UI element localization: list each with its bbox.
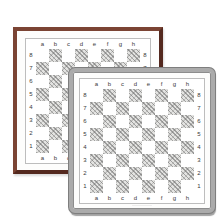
back-square-b4 [49, 101, 62, 114]
back-corner-bottom-left [26, 153, 36, 163]
front-file-label-d-bottom: d [129, 193, 142, 203]
front-rank-label-7-left: 7 [80, 102, 90, 115]
front-square-d5 [129, 128, 142, 141]
front-square-e4 [142, 141, 155, 154]
back-rank-label-7-left: 7 [26, 62, 36, 75]
back-rank-label-6-left: 6 [26, 75, 36, 88]
back-square-b7 [49, 62, 62, 75]
back-file-label-b-top: b [49, 39, 62, 49]
front-rank-label-2-left: 2 [80, 167, 90, 180]
front-file-label-c-bottom: c [116, 193, 129, 203]
front-square-h1 [181, 180, 194, 193]
front-square-a3 [90, 154, 103, 167]
front-rank-label-6-left: 6 [80, 115, 90, 128]
watermark-text: ···················· [132, 205, 152, 208]
front-file-label-e-top: e [142, 79, 155, 89]
front-rank-label-5-right: 5 [194, 128, 204, 141]
back-square-a8 [36, 49, 49, 62]
front-square-g3 [168, 154, 181, 167]
front-square-h2 [181, 167, 194, 180]
back-square-b6 [49, 75, 62, 88]
front-square-a7 [90, 102, 103, 115]
front-rank-label-4-right: 4 [194, 141, 204, 154]
front-rank-label-2-right: 2 [194, 167, 204, 180]
front-rank-label-1-right: 1 [194, 180, 204, 193]
back-rank-label-2-left: 2 [26, 127, 36, 140]
front-square-c4 [116, 141, 129, 154]
front-square-g1 [168, 180, 181, 193]
front-square-e3 [142, 154, 155, 167]
front-square-d4 [129, 141, 142, 154]
back-file-label-g-top: g [114, 39, 127, 49]
front-square-e2 [142, 167, 155, 180]
front-square-c1 [116, 180, 129, 193]
front-square-h5 [181, 128, 194, 141]
back-square-a7 [36, 62, 49, 75]
front-rank-label-6-right: 6 [194, 115, 204, 128]
chessboard-gray-frame: abcdefgh8877665544332211abcdefgh ·······… [69, 68, 215, 213]
back-square-a4 [36, 101, 49, 114]
front-square-d3 [129, 154, 142, 167]
front-square-d6 [129, 115, 142, 128]
back-square-a2 [36, 127, 49, 140]
front-square-e5 [142, 128, 155, 141]
front-square-f2 [155, 167, 168, 180]
back-corner-top-right [140, 39, 150, 49]
front-square-b2 [103, 167, 116, 180]
back-square-a6 [36, 75, 49, 88]
back-file-label-f-top: f [101, 39, 114, 49]
front-square-a5 [90, 128, 103, 141]
front-square-c2 [116, 167, 129, 180]
front-file-label-d-top: d [129, 79, 142, 89]
back-file-label-a-top: a [36, 39, 49, 49]
front-square-b8 [103, 89, 116, 102]
front-square-h3 [181, 154, 194, 167]
board-grid-front: abcdefgh8877665544332211abcdefgh [79, 78, 205, 204]
front-file-label-h-bottom: h [181, 193, 194, 203]
front-corner-bottom-left [80, 193, 90, 203]
front-square-e8 [142, 89, 155, 102]
front-square-b1 [103, 180, 116, 193]
back-corner-top-left [26, 39, 36, 49]
front-square-c5 [116, 128, 129, 141]
front-rank-label-7-right: 7 [194, 102, 204, 115]
front-corner-bottom-right [194, 193, 204, 203]
front-file-label-e-bottom: e [142, 193, 155, 203]
front-square-b4 [103, 141, 116, 154]
back-rank-label-3-left: 3 [26, 114, 36, 127]
front-square-b5 [103, 128, 116, 141]
front-square-a2 [90, 167, 103, 180]
back-file-label-b-bottom: b [49, 153, 62, 163]
front-file-label-h-top: h [181, 79, 194, 89]
front-rank-label-3-left: 3 [80, 154, 90, 167]
front-file-label-b-top: b [103, 79, 116, 89]
front-file-label-g-top: g [168, 79, 181, 89]
chessboards-product-photo: abcdefgh8877665544332211abcdefgh abcdefg… [0, 0, 222, 221]
front-square-c8 [116, 89, 129, 102]
front-square-d2 [129, 167, 142, 180]
front-square-c6 [116, 115, 129, 128]
back-rank-label-4-left: 4 [26, 101, 36, 114]
back-rank-label-8-left: 8 [26, 49, 36, 62]
front-square-g8 [168, 89, 181, 102]
back-rank-label-1-left: 1 [26, 140, 36, 153]
back-square-a3 [36, 114, 49, 127]
front-file-label-f-bottom: f [155, 193, 168, 203]
back-square-f8 [101, 49, 114, 62]
front-rank-label-1-left: 1 [80, 180, 90, 193]
front-corner-top-left [80, 79, 90, 89]
front-square-e6 [142, 115, 155, 128]
front-square-f7 [155, 102, 168, 115]
back-square-b3 [49, 114, 62, 127]
front-square-f3 [155, 154, 168, 167]
front-square-c3 [116, 154, 129, 167]
back-square-g8 [114, 49, 127, 62]
front-square-b7 [103, 102, 116, 115]
front-square-a1 [90, 180, 103, 193]
back-square-e8 [88, 49, 101, 62]
front-square-h6 [181, 115, 194, 128]
front-square-f8 [155, 89, 168, 102]
back-square-b5 [49, 88, 62, 101]
front-square-f6 [155, 115, 168, 128]
back-file-label-e-top: e [88, 39, 101, 49]
front-square-a8 [90, 89, 103, 102]
back-rank-label-8-right: 8 [140, 49, 150, 62]
front-square-a4 [90, 141, 103, 154]
front-file-label-a-bottom: a [90, 193, 103, 203]
front-square-c7 [116, 102, 129, 115]
front-rank-label-8-left: 8 [80, 89, 90, 102]
back-square-a5 [36, 88, 49, 101]
back-square-d8 [75, 49, 88, 62]
back-file-label-d-top: d [75, 39, 88, 49]
front-square-e1 [142, 180, 155, 193]
front-square-g7 [168, 102, 181, 115]
front-file-label-b-bottom: b [103, 193, 116, 203]
front-square-g5 [168, 128, 181, 141]
back-square-b8 [49, 49, 62, 62]
back-rank-label-5-left: 5 [26, 88, 36, 101]
front-square-g2 [168, 167, 181, 180]
back-square-b2 [49, 127, 62, 140]
front-square-h4 [181, 141, 194, 154]
front-square-d8 [129, 89, 142, 102]
front-corner-top-right [194, 79, 204, 89]
front-file-label-a-top: a [90, 79, 103, 89]
front-file-label-c-top: c [116, 79, 129, 89]
front-square-b6 [103, 115, 116, 128]
front-square-h8 [181, 89, 194, 102]
front-square-f4 [155, 141, 168, 154]
front-square-d7 [129, 102, 142, 115]
back-file-label-a-bottom: a [36, 153, 49, 163]
back-square-b1 [49, 140, 62, 153]
back-file-label-h-top: h [127, 39, 140, 49]
front-rank-label-4-left: 4 [80, 141, 90, 154]
front-square-h7 [181, 102, 194, 115]
front-rank-label-5-left: 5 [80, 128, 90, 141]
back-file-label-c-top: c [62, 39, 75, 49]
front-square-b3 [103, 154, 116, 167]
front-square-a6 [90, 115, 103, 128]
front-square-g6 [168, 115, 181, 128]
front-rank-label-3-right: 3 [194, 154, 204, 167]
front-square-d1 [129, 180, 142, 193]
back-square-a1 [36, 140, 49, 153]
front-square-f5 [155, 128, 168, 141]
front-square-e7 [142, 102, 155, 115]
front-square-g4 [168, 141, 181, 154]
back-square-c8 [62, 49, 75, 62]
back-square-h8 [127, 49, 140, 62]
front-rank-label-8-right: 8 [194, 89, 204, 102]
front-file-label-f-top: f [155, 79, 168, 89]
front-square-f1 [155, 180, 168, 193]
front-file-label-g-bottom: g [168, 193, 181, 203]
